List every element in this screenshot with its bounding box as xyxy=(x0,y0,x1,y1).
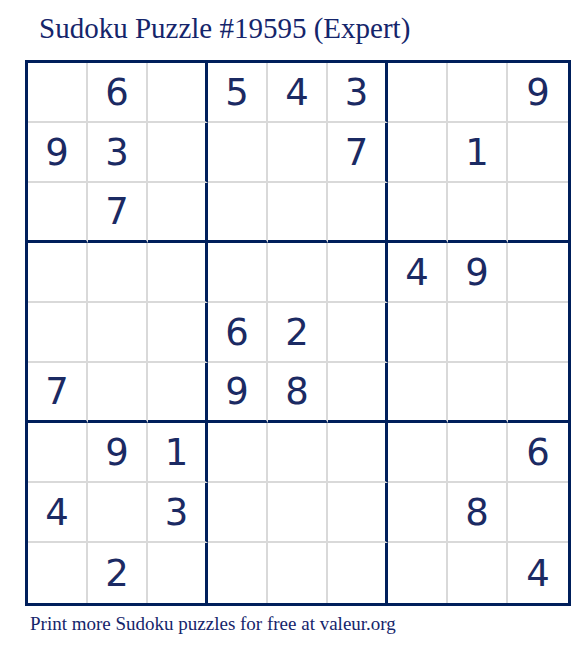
cell-r4c6[interactable] xyxy=(328,243,388,303)
cell-r6c2[interactable] xyxy=(88,363,148,423)
cell-r7c2[interactable]: 9 xyxy=(88,423,148,483)
cell-r3c5[interactable] xyxy=(268,183,328,243)
cell-r1c8[interactable] xyxy=(448,63,508,123)
cell-r8c7[interactable] xyxy=(388,483,448,543)
cell-r3c1[interactable] xyxy=(28,183,88,243)
cell-r9c7[interactable] xyxy=(388,543,448,603)
cell-r3c6[interactable] xyxy=(328,183,388,243)
cell-r9c4[interactable] xyxy=(208,543,268,603)
cell-r6c5[interactable]: 8 xyxy=(268,363,328,423)
cell-r1c1[interactable] xyxy=(28,63,88,123)
cell-r9c6[interactable] xyxy=(328,543,388,603)
cell-r3c2[interactable]: 7 xyxy=(88,183,148,243)
cell-r8c3[interactable]: 3 xyxy=(148,483,208,543)
cell-r2c8[interactable]: 1 xyxy=(448,123,508,183)
sudoku-grid: 6543993717496279891643824 xyxy=(25,60,571,606)
cell-r1c7[interactable] xyxy=(388,63,448,123)
cell-r7c5[interactable] xyxy=(268,423,328,483)
cell-r2c7[interactable] xyxy=(388,123,448,183)
sudoku-board: 6543993717496279891643824 xyxy=(25,60,571,606)
cell-r1c3[interactable] xyxy=(148,63,208,123)
cell-r2c5[interactable] xyxy=(268,123,328,183)
cell-r7c4[interactable] xyxy=(208,423,268,483)
cell-r8c9[interactable] xyxy=(508,483,568,543)
cell-r9c2[interactable]: 2 xyxy=(88,543,148,603)
cell-r2c6[interactable]: 7 xyxy=(328,123,388,183)
cell-r3c4[interactable] xyxy=(208,183,268,243)
cell-r1c4[interactable]: 5 xyxy=(208,63,268,123)
cell-r7c8[interactable] xyxy=(448,423,508,483)
cell-r9c9[interactable]: 4 xyxy=(508,543,568,603)
cell-r5c7[interactable] xyxy=(388,303,448,363)
cell-r6c8[interactable] xyxy=(448,363,508,423)
cell-r4c4[interactable] xyxy=(208,243,268,303)
cell-r3c9[interactable] xyxy=(508,183,568,243)
cell-r4c3[interactable] xyxy=(148,243,208,303)
cell-r1c9[interactable]: 9 xyxy=(508,63,568,123)
cell-r5c3[interactable] xyxy=(148,303,208,363)
cell-r8c4[interactable] xyxy=(208,483,268,543)
cell-r2c4[interactable] xyxy=(208,123,268,183)
cell-r2c3[interactable] xyxy=(148,123,208,183)
cell-r6c3[interactable] xyxy=(148,363,208,423)
cell-r6c6[interactable] xyxy=(328,363,388,423)
cell-r7c7[interactable] xyxy=(388,423,448,483)
cell-r1c2[interactable]: 6 xyxy=(88,63,148,123)
cell-r7c3[interactable]: 1 xyxy=(148,423,208,483)
cell-r3c7[interactable] xyxy=(388,183,448,243)
cell-r9c5[interactable] xyxy=(268,543,328,603)
cell-r1c6[interactable]: 3 xyxy=(328,63,388,123)
cell-r5c1[interactable] xyxy=(28,303,88,363)
cell-r7c6[interactable] xyxy=(328,423,388,483)
cell-r8c2[interactable] xyxy=(88,483,148,543)
cell-r2c2[interactable]: 3 xyxy=(88,123,148,183)
cell-r4c7[interactable]: 4 xyxy=(388,243,448,303)
cell-r3c8[interactable] xyxy=(448,183,508,243)
footer-text: Print more Sudoku puzzles for free at va… xyxy=(30,613,396,635)
cell-r6c7[interactable] xyxy=(388,363,448,423)
cell-r2c9[interactable] xyxy=(508,123,568,183)
page-title: Sudoku Puzzle #19595 (Expert) xyxy=(39,12,410,45)
cell-r2c1[interactable]: 9 xyxy=(28,123,88,183)
cell-r4c2[interactable] xyxy=(88,243,148,303)
cell-r5c9[interactable] xyxy=(508,303,568,363)
cell-r6c9[interactable] xyxy=(508,363,568,423)
cell-r5c5[interactable]: 2 xyxy=(268,303,328,363)
cell-r7c1[interactable] xyxy=(28,423,88,483)
cell-r4c5[interactable] xyxy=(268,243,328,303)
cell-r5c4[interactable]: 6 xyxy=(208,303,268,363)
cell-r4c8[interactable]: 9 xyxy=(448,243,508,303)
cell-r5c8[interactable] xyxy=(448,303,508,363)
cell-r9c1[interactable] xyxy=(28,543,88,603)
cell-r9c8[interactable] xyxy=(448,543,508,603)
cell-r6c4[interactable]: 9 xyxy=(208,363,268,423)
cell-r6c1[interactable]: 7 xyxy=(28,363,88,423)
cell-r4c1[interactable] xyxy=(28,243,88,303)
cell-r8c6[interactable] xyxy=(328,483,388,543)
cell-r8c5[interactable] xyxy=(268,483,328,543)
cell-r7c9[interactable]: 6 xyxy=(508,423,568,483)
cell-r8c8[interactable]: 8 xyxy=(448,483,508,543)
cell-r5c6[interactable] xyxy=(328,303,388,363)
cell-r5c2[interactable] xyxy=(88,303,148,363)
cell-r3c3[interactable] xyxy=(148,183,208,243)
cell-r4c9[interactable] xyxy=(508,243,568,303)
sudoku-page: Sudoku Puzzle #19595 (Expert) 6543993717… xyxy=(0,0,580,651)
cell-r8c1[interactable]: 4 xyxy=(28,483,88,543)
cell-r1c5[interactable]: 4 xyxy=(268,63,328,123)
cell-r9c3[interactable] xyxy=(148,543,208,603)
